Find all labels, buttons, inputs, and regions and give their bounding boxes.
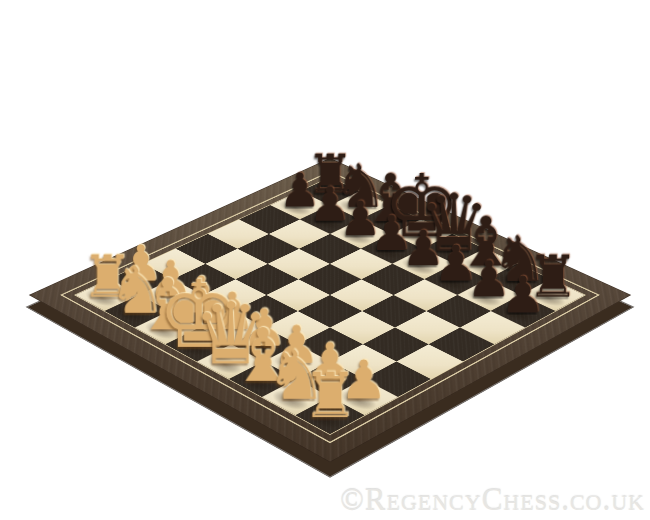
- square-c5: [362, 295, 426, 328]
- piece-shadow: [426, 240, 472, 262]
- piece-shadow: [113, 271, 158, 294]
- square-d4: [298, 295, 362, 328]
- piece-shadow: [333, 226, 378, 247]
- playing-area: ♜♞♝♚♛♝♞♜♟♟♟♟♟♟♟♟♟♟♟♟♟♟♟♟♜♞♝♚♛♝♞♜: [75, 178, 584, 434]
- piece-shadow: [395, 255, 441, 277]
- piece-shadow: [524, 286, 571, 309]
- watermark: ©RegencyChess.co.uk: [340, 482, 645, 518]
- chess-board: ♜♞♝♚♛♝♞♜♟♟♟♟♟♟♟♟♟♟♟♟♟♟♟♟♜♞♝♚♛♝♞♜: [29, 158, 631, 462]
- product-photo-stage: ♜♞♝♚♛♝♞♜♟♟♟♟♟♟♟♟♟♟♟♟♟♟♟♟♜♞♝♚♛♝♞♜ ©Regenc…: [0, 0, 650, 520]
